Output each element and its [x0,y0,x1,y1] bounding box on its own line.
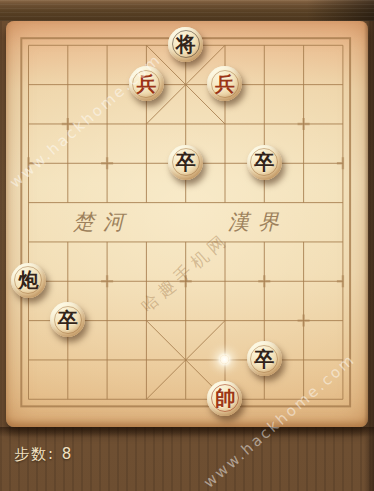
move-counter: 步数: 8 [14,445,73,464]
board-bottom-shadow [0,427,374,437]
piece-black-soldier[interactable]: 卒 [247,145,282,180]
piece-character: 将 [176,34,196,54]
piece-red-soldier[interactable]: 兵 [207,66,242,101]
piece-red-general[interactable]: 帥 [207,381,242,416]
piece-character: 卒 [254,349,274,369]
piece-character: 帥 [215,388,235,408]
move-counter-label: 步数: [14,445,55,463]
move-highlight-dot [220,355,229,364]
piece-character: 兵 [215,74,235,94]
board-grid[interactable]: 将兵兵卒卒炮卒卒帥 [9,26,363,419]
top-wood-bar [0,0,374,21]
piece-character: 卒 [58,310,78,330]
piece-character: 炮 [18,270,38,290]
piece-character: 兵 [136,74,156,94]
piece-black-cannon[interactable]: 炮 [11,263,46,298]
piece-black-general[interactable]: 将 [168,27,203,62]
piece-black-soldier[interactable]: 卒 [247,341,282,376]
piece-character: 卒 [176,152,196,172]
piece-character: 卒 [254,152,274,172]
game-screen: 楚河 漢界 将兵兵卒卒炮卒卒帥 www.hackhome.com www.hac… [0,0,374,491]
move-counter-value: 8 [62,445,74,463]
piece-black-soldier[interactable]: 卒 [50,302,85,337]
piece-red-soldier[interactable]: 兵 [129,66,164,101]
piece-black-soldier[interactable]: 卒 [168,145,203,180]
